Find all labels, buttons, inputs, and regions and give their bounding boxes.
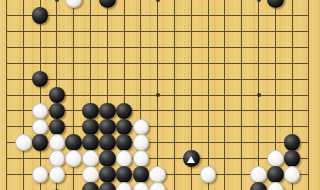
black-stone [32, 134, 49, 151]
black-stone [32, 71, 49, 88]
white-stone [116, 182, 133, 190]
black-stone [116, 134, 133, 151]
star-point [55, 189, 59, 190]
black-stone [99, 150, 116, 167]
grid-hline [6, 63, 309, 64]
star-point [55, 0, 59, 2]
white-stone [133, 182, 150, 190]
black-stone [116, 119, 133, 136]
black-stone [133, 166, 150, 183]
black-stone [267, 0, 284, 8]
black-stone [250, 182, 267, 190]
go-board[interactable] [0, 0, 320, 190]
black-stone [49, 103, 66, 120]
black-stone [284, 134, 301, 151]
last-move-triangle-icon [187, 156, 195, 163]
white-stone [200, 166, 217, 183]
white-stone [49, 150, 66, 167]
black-stone [99, 166, 116, 183]
black-stone [65, 134, 82, 151]
grid-hline [6, 31, 309, 32]
black-stone [116, 166, 133, 183]
star-point [156, 93, 160, 97]
black-stone [49, 119, 66, 136]
black-stone [116, 103, 133, 120]
white-stone [15, 134, 32, 151]
grid-hline [6, 15, 309, 16]
black-stone [32, 7, 49, 24]
white-stone [149, 182, 166, 190]
white-stone [49, 166, 66, 183]
white-stone [82, 166, 99, 183]
star-point [156, 0, 160, 2]
white-stone [32, 166, 49, 183]
white-stone [250, 166, 267, 183]
black-stone [82, 103, 99, 120]
white-stone [65, 0, 82, 8]
white-stone [32, 103, 49, 120]
black-stone [99, 182, 116, 190]
black-stone [49, 87, 66, 104]
white-stone [267, 182, 284, 190]
black-stone [99, 119, 116, 136]
white-stone [267, 150, 284, 167]
star-point [257, 93, 261, 97]
white-stone [32, 119, 49, 136]
grid-hline [6, 79, 309, 80]
white-stone [65, 150, 82, 167]
white-stone [149, 166, 166, 183]
black-stone [82, 134, 99, 151]
white-stone [116, 150, 133, 167]
black-stone [82, 119, 99, 136]
black-stone [99, 134, 116, 151]
star-point [257, 0, 261, 2]
black-stone [99, 0, 116, 8]
white-stone [133, 119, 150, 136]
white-stone [133, 150, 150, 167]
white-stone [82, 150, 99, 167]
grid-hline [6, 47, 309, 48]
go-client-viewport [0, 0, 320, 190]
black-stone [284, 150, 301, 167]
black-stone [267, 166, 284, 183]
white-stone [284, 166, 301, 183]
white-stone [49, 134, 66, 151]
black-stone [82, 182, 99, 190]
black-stone [99, 103, 116, 120]
white-stone [133, 134, 150, 151]
